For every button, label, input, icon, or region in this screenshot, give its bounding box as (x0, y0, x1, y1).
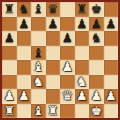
square-c4[interactable]: ♝ (31, 60, 46, 75)
square-h7[interactable]: ♟ (104, 17, 119, 32)
square-e1[interactable] (60, 104, 75, 119)
white-bishop-piece[interactable]: ♝ (33, 105, 44, 118)
white-pawn-piece[interactable]: ♟ (62, 61, 73, 74)
square-h2[interactable]: ♟ (104, 89, 119, 104)
square-h3[interactable] (104, 75, 119, 90)
white-queen-piece[interactable]: ♛ (62, 90, 73, 103)
square-f5[interactable] (75, 46, 90, 61)
square-b6[interactable] (17, 31, 32, 46)
square-a4[interactable] (2, 60, 17, 75)
white-pawn-piece[interactable]: ♟ (4, 90, 15, 103)
square-g5[interactable] (89, 46, 104, 61)
square-c3[interactable]: ♞ (31, 75, 46, 90)
black-knight-piece[interactable]: ♞ (18, 3, 29, 16)
square-b8[interactable]: ♞ (17, 2, 32, 17)
square-f6[interactable] (75, 31, 90, 46)
white-pawn-piece[interactable]: ♟ (91, 90, 102, 103)
black-rook-piece[interactable]: ♜ (76, 3, 87, 16)
square-b4[interactable] (17, 60, 32, 75)
white-pawn-piece[interactable]: ♟ (105, 90, 116, 103)
square-b7[interactable]: ♟ (17, 17, 32, 32)
square-h5[interactable] (104, 46, 119, 61)
square-f8[interactable]: ♜ (75, 2, 90, 17)
square-c2[interactable] (31, 89, 46, 104)
square-e8[interactable] (60, 2, 75, 17)
black-pawn-piece[interactable]: ♟ (47, 18, 58, 31)
white-knight-piece[interactable]: ♞ (33, 76, 44, 89)
square-c1[interactable]: ♝ (31, 104, 46, 119)
chess-board: ♜♞♝♛♜♚♟♟♟♟♟♟♟♞♝♝♟♞♞♟♟♛♟♟♟♜♝♜♚ (0, 0, 120, 120)
white-pawn-piece[interactable]: ♟ (18, 90, 29, 103)
square-d3[interactable] (46, 75, 61, 90)
square-g4[interactable] (89, 60, 104, 75)
white-rook-piece[interactable]: ♜ (4, 105, 15, 118)
black-pawn-piece[interactable]: ♟ (18, 18, 29, 31)
black-pawn-piece[interactable]: ♟ (62, 32, 73, 45)
black-rook-piece[interactable]: ♜ (4, 3, 15, 16)
square-e7[interactable] (60, 17, 75, 32)
square-e5[interactable] (60, 46, 75, 61)
square-b1[interactable] (17, 104, 32, 119)
black-king-piece[interactable]: ♚ (91, 3, 102, 16)
black-pawn-piece[interactable]: ♟ (91, 18, 102, 31)
square-c5[interactable]: ♝ (31, 46, 46, 61)
square-f1[interactable] (75, 104, 90, 119)
square-d8[interactable]: ♛ (46, 2, 61, 17)
square-a6[interactable]: ♟ (2, 31, 17, 46)
square-a1[interactable]: ♜ (2, 104, 17, 119)
black-pawn-piece[interactable]: ♟ (105, 18, 116, 31)
square-d6[interactable] (46, 31, 61, 46)
square-f2[interactable]: ♟ (75, 89, 90, 104)
white-bishop-piece[interactable]: ♝ (33, 61, 44, 74)
square-a7[interactable] (2, 17, 17, 32)
square-d4[interactable] (46, 60, 61, 75)
square-h6[interactable] (104, 31, 119, 46)
white-king-piece[interactable]: ♚ (91, 105, 102, 118)
square-a5[interactable] (2, 46, 17, 61)
square-e6[interactable]: ♟ (60, 31, 75, 46)
white-pawn-piece[interactable]: ♟ (76, 90, 87, 103)
black-knight-piece[interactable]: ♞ (91, 32, 102, 45)
square-d2[interactable] (46, 89, 61, 104)
square-f4[interactable] (75, 60, 90, 75)
black-bishop-piece[interactable]: ♝ (33, 3, 44, 16)
white-knight-piece[interactable]: ♞ (76, 76, 87, 89)
square-c8[interactable]: ♝ (31, 2, 46, 17)
square-h1[interactable] (104, 104, 119, 119)
square-e4[interactable]: ♟ (60, 60, 75, 75)
square-a3[interactable] (2, 75, 17, 90)
square-a8[interactable]: ♜ (2, 2, 17, 17)
square-d5[interactable] (46, 46, 61, 61)
square-g1[interactable]: ♚ (89, 104, 104, 119)
black-bishop-piece[interactable]: ♝ (33, 47, 44, 60)
square-h4[interactable] (104, 60, 119, 75)
square-g6[interactable]: ♞ (89, 31, 104, 46)
square-e3[interactable] (60, 75, 75, 90)
square-b5[interactable] (17, 46, 32, 61)
square-c7[interactable] (31, 17, 46, 32)
black-pawn-piece[interactable]: ♟ (76, 18, 87, 31)
square-h8[interactable] (104, 2, 119, 17)
square-e2[interactable]: ♛ (60, 89, 75, 104)
square-d1[interactable]: ♜ (46, 104, 61, 119)
square-a2[interactable]: ♟ (2, 89, 17, 104)
square-g3[interactable] (89, 75, 104, 90)
black-pawn-piece[interactable]: ♟ (4, 32, 15, 45)
square-c6[interactable] (31, 31, 46, 46)
square-g7[interactable]: ♟ (89, 17, 104, 32)
square-g8[interactable]: ♚ (89, 2, 104, 17)
square-f7[interactable]: ♟ (75, 17, 90, 32)
square-b2[interactable]: ♟ (17, 89, 32, 104)
square-b3[interactable] (17, 75, 32, 90)
black-queen-piece[interactable]: ♛ (47, 3, 58, 16)
square-f3[interactable]: ♞ (75, 75, 90, 90)
square-d7[interactable]: ♟ (46, 17, 61, 32)
square-g2[interactable]: ♟ (89, 89, 104, 104)
white-rook-piece[interactable]: ♜ (47, 105, 58, 118)
